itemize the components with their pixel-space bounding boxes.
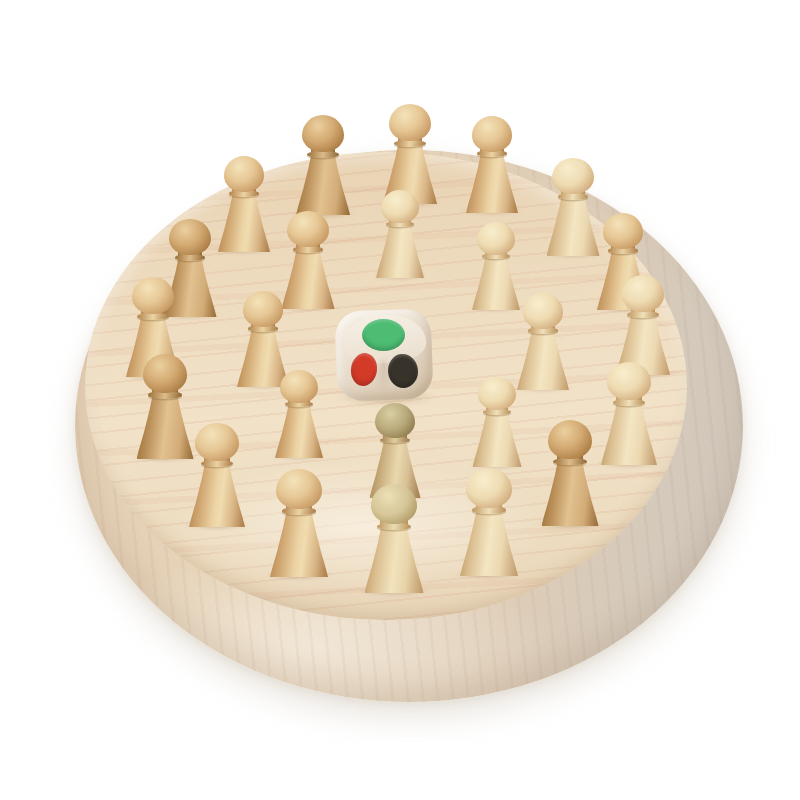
pawn-head — [607, 362, 651, 400]
pawn-head — [472, 116, 513, 152]
pawn-head — [132, 277, 174, 314]
pawn-head — [523, 293, 564, 329]
pawn-outer-7 — [542, 420, 599, 526]
pawn-cone-body — [270, 512, 328, 577]
pawn-head — [375, 403, 415, 438]
pawn-head — [302, 115, 344, 152]
pawn-outer-8 — [460, 468, 518, 576]
pawn-head — [371, 484, 417, 524]
pawn-head — [287, 211, 328, 247]
pawn-outer-2 — [466, 116, 518, 213]
pawn-inner-2 — [472, 222, 520, 310]
pawn-head — [477, 222, 514, 255]
pawn-outer-3 — [547, 158, 600, 256]
pawn-outer-11 — [189, 423, 245, 527]
pawn-cone-body — [218, 194, 270, 252]
pawn-inner-1 — [376, 190, 424, 278]
pawn-cone-body — [137, 396, 194, 459]
pawn-head — [243, 291, 284, 327]
pawn-cone-body — [542, 462, 599, 526]
die-dot-green — [362, 319, 405, 351]
pawn-head — [195, 423, 239, 461]
pawn-cone-body — [466, 155, 518, 213]
pawn-outer-9 — [365, 484, 424, 593]
pawn-outer-1 — [383, 104, 437, 204]
pawn-cone-body — [601, 403, 657, 465]
pawn-head — [169, 219, 210, 255]
pawn-head — [381, 190, 418, 223]
pawn-inner-6 — [275, 370, 323, 458]
pawn-cone-body — [282, 250, 335, 309]
pawn-head — [276, 469, 321, 509]
pawn-outer-5 — [616, 275, 670, 375]
pawn-head — [603, 213, 644, 249]
pawn-cone-body — [472, 257, 520, 310]
pawn-head — [622, 275, 664, 312]
pawn-outer-12 — [137, 354, 194, 459]
color-die — [336, 310, 432, 400]
pawn-head — [478, 377, 516, 410]
pawn-outer-10 — [270, 469, 328, 577]
pawn-cone-body — [275, 405, 323, 458]
board-scene — [0, 0, 800, 800]
pawn-cone-body — [189, 465, 245, 527]
die-edge-line — [379, 360, 388, 398]
pawn-head — [552, 158, 593, 194]
pawn-cone-body — [517, 332, 569, 390]
pawn-head — [466, 468, 511, 508]
pawn-cone-body — [376, 225, 424, 278]
pawn-cone-body — [460, 511, 518, 576]
pawn-outer-16 — [296, 115, 350, 215]
pawn-outer-6 — [601, 362, 657, 465]
pawn-cone-body — [473, 413, 522, 467]
pawn-cone-body — [296, 155, 350, 215]
pawn-inner-4 — [473, 377, 522, 467]
pawn-cone-body — [365, 528, 424, 593]
pawn-head — [224, 156, 265, 192]
pawn-inner-3 — [517, 293, 569, 390]
pawn-head — [389, 104, 431, 141]
pawn-head — [548, 420, 592, 459]
pawn-inner-8 — [282, 211, 335, 309]
pawn-outer-15 — [218, 156, 270, 252]
pawn-cone-body — [547, 197, 600, 256]
pawn-head — [143, 354, 187, 393]
pawn-head — [280, 370, 317, 403]
